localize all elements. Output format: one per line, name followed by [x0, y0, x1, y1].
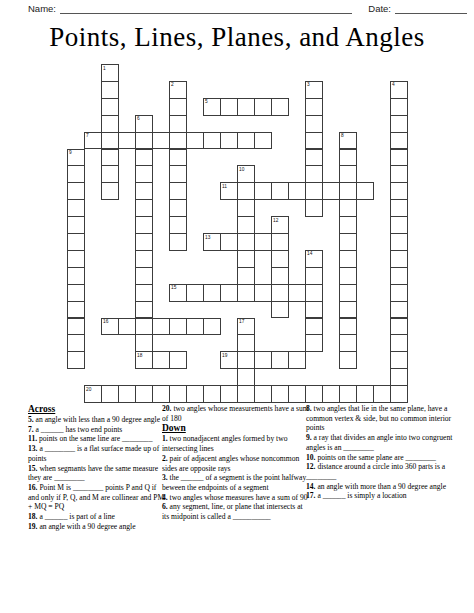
grid-cell[interactable]	[220, 132, 238, 150]
clue-item: 9. a ray that divides an angle into two …	[306, 433, 470, 452]
clue-item: 20. two angles whose measurements have a…	[162, 404, 310, 423]
grid-cell[interactable]	[305, 132, 323, 150]
grid-cell[interactable]	[271, 250, 289, 268]
cell-number: 18	[137, 353, 142, 358]
clue-heading-across: Across	[28, 404, 166, 415]
grid-cell[interactable]	[390, 98, 408, 116]
grid-cell[interactable]	[203, 132, 221, 150]
grid-cell[interactable]	[254, 385, 272, 403]
grid-cell[interactable]	[339, 385, 357, 403]
grid-cell[interactable]	[135, 267, 153, 285]
grid-cell[interactable]: 2	[169, 81, 187, 99]
grid-cell[interactable]	[390, 267, 408, 285]
grid-cell[interactable]	[254, 351, 272, 369]
grid-cell[interactable]	[305, 199, 323, 217]
grid-cell[interactable]	[390, 199, 408, 217]
grid-cell[interactable]	[237, 132, 255, 150]
grid-cell[interactable]	[322, 182, 340, 200]
clue-number: 11.	[28, 434, 39, 443]
grid-cell[interactable]	[288, 182, 306, 200]
grid-cell[interactable]	[169, 132, 187, 150]
grid-cell[interactable]	[339, 334, 357, 352]
grid-cell[interactable]	[271, 385, 289, 403]
clue-number: 7.	[28, 425, 36, 434]
grid-cell[interactable]	[356, 182, 374, 200]
grid-cell[interactable]	[254, 98, 272, 116]
grid-cell[interactable]	[305, 284, 323, 302]
cell-number: 7	[86, 133, 89, 138]
grid-cell[interactable]: 9	[67, 149, 85, 167]
grid-cell[interactable]: 13	[203, 233, 221, 251]
clue-item: 8. two angles that lie in the same plane…	[306, 404, 470, 433]
grid-cell[interactable]: 6	[135, 115, 153, 133]
clue-number: 1.	[162, 434, 170, 443]
grid-cell[interactable]	[339, 301, 357, 319]
grid-cell[interactable]	[254, 233, 272, 251]
grid-cell[interactable]: 11	[220, 182, 238, 200]
clue-item: 2. pair of adjacent angles whose noncomm…	[162, 454, 310, 473]
grid-cell[interactable]	[237, 334, 255, 352]
grid-cell[interactable]	[390, 284, 408, 302]
grid-cell[interactable]	[339, 250, 357, 268]
grid-cell[interactable]	[135, 216, 153, 234]
grid-cell[interactable]	[220, 385, 238, 403]
grid-cell[interactable]	[169, 182, 187, 200]
grid-cell[interactable]	[390, 301, 408, 319]
cell-number: 20	[86, 387, 91, 392]
grid-cell[interactable]	[101, 182, 119, 200]
cell-number: 2	[171, 82, 174, 87]
cell-number: 11	[222, 184, 227, 189]
grid-cell[interactable]	[135, 301, 153, 319]
grid-cell[interactable]: 1	[101, 64, 119, 82]
grid-cell[interactable]	[237, 368, 255, 386]
name-line[interactable]	[60, 2, 352, 14]
grid-cell[interactable]	[237, 385, 255, 403]
grid-cell[interactable]	[339, 267, 357, 285]
cell-number: 4	[392, 82, 395, 87]
grid-cell[interactable]: 19	[220, 351, 238, 369]
grid-cell[interactable]	[135, 233, 153, 251]
grid-cell[interactable]	[220, 284, 238, 302]
grid-cell[interactable]	[169, 318, 187, 336]
grid-cell[interactable]	[135, 318, 153, 336]
grid-cell[interactable]	[67, 351, 85, 369]
grid-cell[interactable]: 8	[339, 132, 357, 150]
grid-cell[interactable]	[186, 385, 204, 403]
clue-number: 3.	[162, 473, 170, 482]
grid-cell[interactable]	[169, 385, 187, 403]
grid-cell[interactable]	[254, 284, 272, 302]
grid-cell[interactable]	[186, 132, 204, 150]
clue-item: 13. a ________ is a flat surface made up…	[28, 444, 166, 463]
cell-number: 6	[137, 116, 140, 121]
grid-cell[interactable]	[169, 165, 187, 183]
grid-cell[interactable]	[271, 301, 289, 319]
grid-cell[interactable]	[305, 98, 323, 116]
grid-cell[interactable]	[339, 233, 357, 251]
grid-cell[interactable]	[67, 233, 85, 251]
grid-cell[interactable]	[169, 115, 187, 133]
clue-number: 9.	[306, 433, 314, 442]
clue-item: 12. distance around a circle into 360 pa…	[306, 462, 470, 481]
grid-cell[interactable]	[220, 233, 238, 251]
grid-cell[interactable]	[67, 182, 85, 200]
grid-cell[interactable]	[305, 301, 323, 319]
grid-cell[interactable]	[118, 132, 136, 150]
grid-cell[interactable]	[390, 368, 408, 386]
clue-number: 10.	[306, 453, 317, 462]
grid-cell[interactable]	[169, 98, 187, 116]
cell-number: 14	[307, 251, 312, 256]
grid-cell[interactable]	[322, 385, 340, 403]
grid-cell[interactable]	[390, 132, 408, 150]
cell-number: 5	[205, 99, 208, 104]
grid-cell[interactable]	[237, 267, 255, 285]
clue-item: 3. the ______ of a segment is the point …	[162, 473, 310, 492]
grid-cell[interactable]: 16	[101, 318, 119, 336]
worksheet-page: Name: Date: Points, Lines, Planes, and A…	[0, 0, 474, 613]
grid-cell[interactable]	[339, 216, 357, 234]
grid-cell[interactable]	[237, 98, 255, 116]
clue-item: 18. a ______ is part of a line	[28, 512, 166, 522]
clue-item: 6. any segment, line, or plane that inte…	[162, 502, 310, 521]
grid-cell[interactable]	[101, 115, 119, 133]
grid-cell[interactable]	[390, 318, 408, 336]
grid-cell[interactable]	[203, 284, 221, 302]
grid-cell[interactable]	[390, 351, 408, 369]
grid-cell[interactable]	[67, 284, 85, 302]
grid-cell[interactable]	[101, 98, 119, 116]
clue-number: 13.	[28, 444, 39, 453]
grid-cell[interactable]	[390, 165, 408, 183]
grid-cell[interactable]	[288, 351, 306, 369]
grid-cell[interactable]	[135, 149, 153, 167]
grid-cell[interactable]: 5	[203, 98, 221, 116]
grid-cell[interactable]	[169, 351, 187, 369]
clue-item: 1. two nonadjacent angles formed by two …	[162, 434, 310, 453]
grid-cell[interactable]	[390, 115, 408, 133]
grid-cell[interactable]	[237, 250, 255, 268]
clue-number: 8.	[306, 404, 314, 413]
clue-number: 2.	[162, 454, 170, 463]
cell-number: 13	[205, 235, 210, 240]
clue-item: 4. two angles whose measures have a sum …	[162, 493, 310, 503]
grid-cell[interactable]	[390, 216, 408, 234]
name-label: Name:	[28, 3, 56, 14]
grid-cell[interactable]: 20	[84, 385, 102, 403]
grid-cell[interactable]	[67, 318, 85, 336]
grid-cell[interactable]	[373, 385, 391, 403]
clue-number: 15.	[28, 464, 39, 473]
clue-number: 5.	[28, 415, 36, 424]
grid-cell[interactable]	[271, 351, 289, 369]
grid-cell[interactable]	[152, 385, 170, 403]
grid-cell[interactable]	[135, 182, 153, 200]
clue-number: 14.	[306, 482, 317, 491]
grid-cell[interactable]	[305, 334, 323, 352]
grid-cell[interactable]	[237, 351, 255, 369]
cell-number: 16	[103, 319, 108, 324]
grid-cell[interactable]	[356, 385, 374, 403]
grid-cell[interactable]	[135, 250, 153, 268]
grid-cell[interactable]	[339, 165, 357, 183]
clue-item: 19. an angle with a 90 degree angle	[28, 522, 166, 532]
grid-cell[interactable]: 12	[271, 216, 289, 234]
grid-cell[interactable]	[135, 165, 153, 183]
clue-column-2: 20. two angles whose measurements have a…	[162, 404, 310, 522]
date-label: Date:	[368, 3, 391, 14]
grid-cell[interactable]	[305, 115, 323, 133]
grid-cell[interactable]	[135, 385, 153, 403]
cell-number: 12	[273, 218, 278, 223]
grid-cell[interactable]	[186, 284, 204, 302]
grid-cell[interactable]	[169, 199, 187, 217]
grid-cell[interactable]	[237, 199, 255, 217]
grid-cell[interactable]	[135, 334, 153, 352]
grid-cell[interactable]	[390, 149, 408, 167]
grid-cell[interactable]	[169, 233, 187, 251]
grid-cell[interactable]: 17	[237, 318, 255, 336]
grid-cell[interactable]	[237, 216, 255, 234]
clue-number: 18.	[28, 512, 39, 521]
grid-cell[interactable]	[305, 318, 323, 336]
grid-cell[interactable]	[152, 132, 170, 150]
grid-cell[interactable]	[390, 385, 408, 403]
cell-number: 3	[307, 82, 310, 87]
clue-item: 14. an angle with more than a 90 degree …	[306, 482, 470, 492]
clue-number: 19.	[28, 522, 39, 531]
clue-column-3: 8. two angles that lie in the same plane…	[306, 404, 470, 501]
grid-cell[interactable]	[67, 267, 85, 285]
grid-cell[interactable]	[339, 182, 357, 200]
grid-cell[interactable]	[339, 351, 357, 369]
grid-cell[interactable]	[203, 318, 221, 336]
clue-number: 17.	[306, 491, 317, 500]
cell-number: 9	[69, 150, 72, 155]
grid-cell[interactable]	[101, 165, 119, 183]
grid-cell[interactable]	[101, 132, 119, 150]
grid-cell[interactable]	[305, 182, 323, 200]
grid-cell[interactable]: 14	[305, 250, 323, 268]
cell-number: 17	[239, 319, 244, 324]
grid-cell[interactable]	[67, 250, 85, 268]
clue-item: 10. points on the same plane are _______…	[306, 453, 470, 463]
grid-cell[interactable]	[203, 385, 221, 403]
grid-cell[interactable]	[67, 165, 85, 183]
grid-cell[interactable]	[339, 284, 357, 302]
date-line[interactable]	[395, 2, 467, 14]
grid-cell[interactable]	[101, 385, 119, 403]
clue-item: 5. an angle with less than a 90 degree a…	[28, 415, 166, 425]
clue-heading-down: Down	[162, 423, 310, 434]
grid-cell[interactable]: 18	[135, 351, 153, 369]
grid-cell[interactable]	[288, 385, 306, 403]
grid-cell[interactable]	[67, 334, 85, 352]
grid-cell[interactable]	[118, 385, 136, 403]
clue-number: 4.	[162, 493, 170, 502]
grid-cell[interactable]	[271, 233, 289, 251]
grid-cell[interactable]	[186, 318, 204, 336]
clue-number: 6.	[162, 502, 170, 511]
grid-cell[interactable]	[288, 284, 306, 302]
grid-cell[interactable]	[305, 165, 323, 183]
clue-item: 16. Point M is ________ points P and Q i…	[28, 483, 166, 512]
grid-cell[interactable]	[101, 81, 119, 99]
grid-cell[interactable]	[339, 149, 357, 167]
grid-cell[interactable]	[390, 182, 408, 200]
header-row: Name: Date:	[28, 2, 467, 14]
grid-cell[interactable]	[67, 216, 85, 234]
clue-number: 16.	[28, 483, 39, 492]
grid-cell[interactable]	[271, 284, 289, 302]
grid-cell[interactable]	[271, 182, 289, 200]
grid-cell[interactable]	[237, 233, 255, 251]
cell-number: 19	[222, 353, 227, 358]
crossword-grid: 1234561878910111213141516171920	[67, 64, 427, 404]
grid-cell[interactable]	[101, 149, 119, 167]
grid-cell[interactable]	[305, 385, 323, 403]
grid-cell[interactable]	[237, 182, 255, 200]
cell-number: 15	[171, 285, 176, 290]
grid-cell[interactable]: 4	[390, 81, 408, 99]
clue-item: 7. a ______ has two end points	[28, 425, 166, 435]
clue-item: 11. points on the same line are ________	[28, 434, 166, 444]
grid-cell[interactable]	[67, 199, 85, 217]
grid-cell[interactable]	[118, 318, 136, 336]
grid-cell[interactable]	[135, 132, 153, 150]
clue-number: 20.	[162, 404, 173, 413]
clue-item: 17. a ______ is simply a location	[306, 491, 470, 501]
clue-number: 12.	[306, 462, 317, 471]
grid-cell[interactable]	[135, 284, 153, 302]
grid-cell[interactable]	[390, 233, 408, 251]
grid-cell[interactable]	[271, 98, 289, 116]
grid-cell[interactable]	[237, 284, 255, 302]
grid-cell[interactable]	[271, 267, 289, 285]
grid-cell[interactable]	[305, 267, 323, 285]
cell-number: 8	[341, 133, 344, 138]
grid-cell[interactable]	[152, 318, 170, 336]
grid-cell[interactable]	[339, 199, 357, 217]
grid-cell[interactable]	[305, 149, 323, 167]
grid-cell[interactable]: 15	[169, 284, 187, 302]
grid-cell[interactable]	[254, 182, 272, 200]
grid-cell[interactable]	[390, 334, 408, 352]
grid-cell[interactable]: 7	[84, 132, 102, 150]
grid-cell[interactable]	[152, 351, 170, 369]
grid-cell[interactable]	[67, 301, 85, 319]
grid-cell[interactable]	[339, 318, 357, 336]
clue-item: 15. when segmants have the same measure …	[28, 464, 166, 483]
grid-cell[interactable]	[220, 98, 238, 116]
worksheet-title: Points, Lines, Planes, and Angles	[0, 22, 474, 53]
grid-cell[interactable]: 10	[237, 165, 255, 183]
grid-cell[interactable]	[169, 216, 187, 234]
grid-cell[interactable]	[135, 199, 153, 217]
grid-cell[interactable]: 3	[305, 81, 323, 99]
grid-cell[interactable]	[254, 132, 272, 150]
grid-cell[interactable]	[169, 149, 187, 167]
cell-number: 10	[239, 167, 244, 172]
cell-number: 1	[103, 66, 106, 71]
grid-cell[interactable]	[390, 250, 408, 268]
clue-column-1: Across5. an angle with less than a 90 de…	[28, 404, 166, 531]
